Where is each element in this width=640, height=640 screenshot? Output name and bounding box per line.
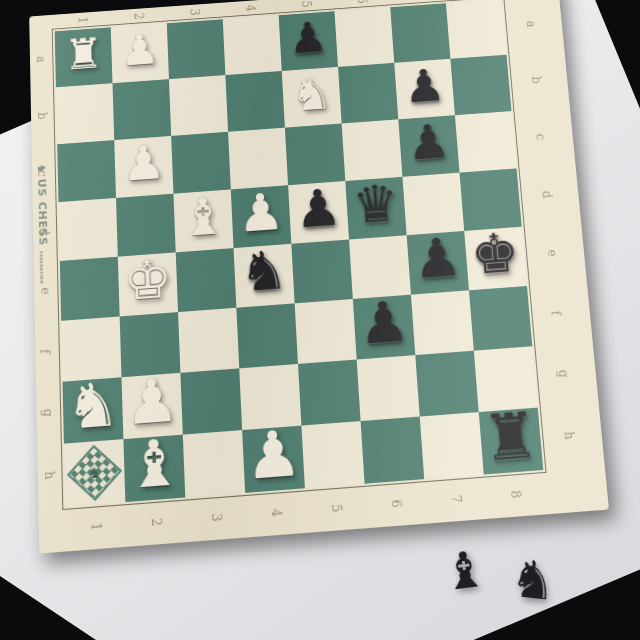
square-g5[interactable] <box>298 360 361 426</box>
square-a7[interactable] <box>390 3 450 63</box>
left-file-label-c: c <box>35 169 49 177</box>
photo-scene: ♜♟♟♞♟♟♟♝♟♟♛♚♞♟♚♟♞♟♞♝♟♜ ♞ US CHESS FEDERA… <box>0 0 640 640</box>
square-b6[interactable] <box>338 63 398 124</box>
right-file-label-f: f <box>549 310 563 316</box>
square-f3[interactable] <box>178 308 239 373</box>
square-a2[interactable]: ♟ <box>111 23 169 83</box>
square-e5[interactable] <box>291 240 352 304</box>
top-rank-label-5: 5 <box>299 0 313 8</box>
bottom-rank-label-8: 8 <box>508 490 523 499</box>
piece-bP-f6[interactable]: ♟ <box>357 292 411 352</box>
left-file-label-e: e <box>38 287 52 295</box>
square-f8[interactable] <box>469 286 532 351</box>
square-h4[interactable]: ♟ <box>242 426 305 493</box>
square-h2[interactable]: ♝ <box>123 435 185 502</box>
square-a8[interactable] <box>446 0 507 59</box>
piece-wB-h2[interactable]: ♝ <box>125 429 183 497</box>
bottom-rank-label-1: 1 <box>88 522 103 531</box>
board-grid: ♜♟♟♞♟♟♟♝♟♟♛♚♞♟♚♟♞♟♞♝♟♜ <box>55 0 544 507</box>
piece-bP-a5[interactable]: ♟ <box>287 15 328 60</box>
square-d1[interactable] <box>59 198 118 261</box>
bottom-rank-label-2: 2 <box>149 517 164 526</box>
square-h8[interactable]: ♜ <box>479 408 543 475</box>
us-chess-corner-logo: ♞ <box>67 445 122 501</box>
top-rank-label-1: 1 <box>75 16 89 24</box>
piece-wN-b5[interactable]: ♞ <box>290 70 334 117</box>
bottom-rank-label-7: 7 <box>448 494 463 503</box>
bottom-rank-label-4: 4 <box>269 508 284 517</box>
captured-black-knight-icon: ♞ <box>507 552 559 609</box>
square-g1[interactable]: ♞ <box>63 377 124 443</box>
square-h5[interactable] <box>301 421 364 488</box>
square-b7[interactable]: ♟ <box>394 59 455 120</box>
chess-board: ♜♟♟♞♟♟♟♝♟♟♛♚♞♟♚♟♞♟♞♝♟♜ ♞ US CHESS FEDERA… <box>29 0 609 554</box>
left-file-label-b: b <box>35 112 49 120</box>
square-e1[interactable] <box>60 257 120 321</box>
top-rank-label-2: 2 <box>131 12 145 20</box>
square-f5[interactable] <box>295 299 357 364</box>
square-c3[interactable] <box>171 132 231 194</box>
square-e7[interactable]: ♟ <box>407 231 469 295</box>
square-d5[interactable]: ♟ <box>288 181 349 244</box>
piece-wP-d4[interactable]: ♟ <box>236 185 285 239</box>
square-a6[interactable] <box>334 7 394 67</box>
corner-logo-knight-icon: ♞ <box>88 464 101 482</box>
square-a5[interactable]: ♟ <box>279 11 338 71</box>
piece-wP-c2[interactable]: ♟ <box>121 138 166 188</box>
square-c6[interactable] <box>342 119 403 181</box>
square-h1[interactable]: ♞ <box>64 439 125 507</box>
square-c5[interactable] <box>285 123 345 185</box>
left-file-label-g: g <box>40 408 54 417</box>
piece-wK-e2[interactable]: ♚ <box>123 251 173 308</box>
us-chess-edge-text: ♞ US CHESS FEDERATION <box>34 163 49 284</box>
square-a1[interactable]: ♜ <box>55 27 113 87</box>
square-d3[interactable]: ♝ <box>173 189 233 252</box>
piece-wN-g1[interactable]: ♞ <box>65 373 121 438</box>
piece-bN-e4[interactable]: ♞ <box>238 243 289 300</box>
square-h6[interactable] <box>361 417 425 484</box>
right-file-label-d: d <box>539 190 553 198</box>
square-g6[interactable] <box>357 355 420 421</box>
square-b8[interactable] <box>450 55 511 116</box>
piece-bQ-d6[interactable]: ♛ <box>351 177 401 231</box>
piece-bP-e7[interactable]: ♟ <box>411 230 463 287</box>
square-d6[interactable]: ♛ <box>345 177 406 240</box>
left-file-label-d: d <box>37 227 51 236</box>
left-file-label-h: h <box>42 471 57 480</box>
bottom-rank-label-3: 3 <box>209 513 224 522</box>
piece-wB-d3[interactable]: ♝ <box>179 190 227 244</box>
right-file-label-e: e <box>544 249 559 257</box>
piece-wP-h4[interactable]: ♟ <box>244 420 303 488</box>
square-c7[interactable]: ♟ <box>398 115 459 177</box>
square-g3[interactable] <box>180 368 242 434</box>
piece-wP-a2[interactable]: ♟ <box>119 27 160 72</box>
right-file-label-c: c <box>534 133 548 140</box>
square-b5[interactable]: ♞ <box>282 67 342 128</box>
square-b3[interactable] <box>169 75 228 136</box>
right-file-label-g: g <box>556 369 571 378</box>
square-g7[interactable] <box>415 351 478 417</box>
top-rank-label-6: 6 <box>355 0 369 4</box>
bottom-rank-label-6: 6 <box>388 499 403 508</box>
piece-bP-b7[interactable]: ♟ <box>402 62 446 109</box>
square-c4[interactable] <box>228 128 288 190</box>
left-file-label-a: a <box>33 56 47 64</box>
square-e8[interactable]: ♚ <box>464 227 527 291</box>
square-b1[interactable] <box>56 83 114 144</box>
square-c8[interactable] <box>455 111 517 173</box>
square-h7[interactable] <box>420 412 484 479</box>
piece-bR-h8[interactable]: ♜ <box>480 402 541 470</box>
square-a3[interactable] <box>167 19 226 79</box>
left-file-label-f: f <box>38 349 52 355</box>
square-a4[interactable] <box>223 15 282 75</box>
square-b2[interactable] <box>112 79 171 140</box>
piece-bK-e8[interactable]: ♚ <box>469 226 522 283</box>
square-e4[interactable]: ♞ <box>234 244 295 308</box>
square-e3[interactable] <box>176 248 237 312</box>
square-h3[interactable] <box>183 430 245 497</box>
square-f7[interactable] <box>411 290 474 355</box>
square-c2[interactable]: ♟ <box>114 136 173 198</box>
right-file-label-b: b <box>529 76 543 84</box>
piece-bP-c7[interactable]: ♟ <box>405 117 452 167</box>
piece-wR-a1[interactable]: ♜ <box>63 32 103 77</box>
captured-pieces-tray: ♝ ♞ <box>428 542 628 640</box>
captured-black-bishop-icon: ♝ <box>439 543 490 598</box>
bottom-rank-label-5: 5 <box>328 504 343 513</box>
square-e2[interactable]: ♚ <box>118 252 178 316</box>
square-f6[interactable]: ♟ <box>353 295 415 360</box>
top-rank-label-4: 4 <box>243 4 257 12</box>
right-file-label-h: h <box>561 431 576 440</box>
piece-bP-d5[interactable]: ♟ <box>294 181 343 235</box>
right-file-label-a: a <box>523 20 537 28</box>
square-b4[interactable] <box>225 71 284 132</box>
square-f4[interactable] <box>236 303 298 368</box>
top-rank-label-3: 3 <box>187 8 201 16</box>
square-c1[interactable] <box>57 140 116 202</box>
